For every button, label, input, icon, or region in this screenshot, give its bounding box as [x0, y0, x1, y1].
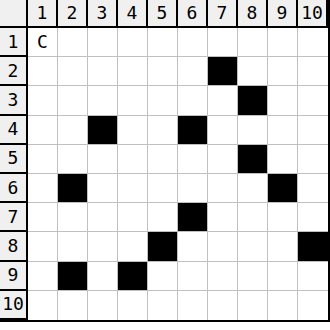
- cell-r5c5[interactable]: [148, 145, 178, 174]
- cell-r9c3[interactable]: [88, 262, 118, 291]
- cell-r9c8[interactable]: [238, 262, 268, 291]
- cell-r8c7[interactable]: [208, 232, 238, 261]
- cell-r1c6[interactable]: [178, 28, 208, 57]
- cell-r4c9[interactable]: [268, 116, 298, 145]
- black-cell-r9c4[interactable]: [118, 262, 148, 291]
- cell-r2c4[interactable]: [118, 57, 148, 86]
- cell-r5c9[interactable]: [268, 145, 298, 174]
- cell-r1c5[interactable]: [148, 28, 178, 57]
- cell-r4c2[interactable]: [58, 116, 88, 145]
- row-header-8: 8: [0, 232, 28, 261]
- cell-r9c1[interactable]: [28, 262, 58, 291]
- cell-r6c8[interactable]: [238, 174, 268, 203]
- cell-r2c8[interactable]: [238, 57, 268, 86]
- marker-cell-C[interactable]: C: [28, 28, 58, 57]
- cell-r9c10[interactable]: [298, 262, 328, 291]
- cell-r5c4[interactable]: [118, 145, 148, 174]
- cell-r3c9[interactable]: [268, 86, 298, 115]
- cell-r7c5[interactable]: [148, 203, 178, 232]
- cell-r6c1[interactable]: [28, 174, 58, 203]
- screenshot-root: 123456789101C2345678910: [0, 0, 330, 330]
- cell-r1c4[interactable]: [118, 28, 148, 57]
- row-header-10: 10: [0, 291, 28, 320]
- black-cell-r8c10[interactable]: [298, 232, 328, 261]
- cell-r1c2[interactable]: [58, 28, 88, 57]
- puzzle-board: 123456789101C2345678910: [0, 0, 330, 322]
- black-cell-r9c2[interactable]: [58, 262, 88, 291]
- cell-r9c5[interactable]: [148, 262, 178, 291]
- cell-r8c8[interactable]: [238, 232, 268, 261]
- cell-r6c10[interactable]: [298, 174, 328, 203]
- cell-r6c3[interactable]: [88, 174, 118, 203]
- cell-r3c4[interactable]: [118, 86, 148, 115]
- cell-r7c8[interactable]: [238, 203, 268, 232]
- cell-r7c10[interactable]: [298, 203, 328, 232]
- row-header-1: 1: [0, 28, 28, 57]
- cell-r7c9[interactable]: [268, 203, 298, 232]
- cell-r1c10[interactable]: [298, 28, 328, 57]
- row-header-6: 6: [0, 174, 28, 203]
- black-cell-r4c3[interactable]: [88, 116, 118, 145]
- col-header-3: 3: [88, 0, 118, 28]
- corner-header-cell: [0, 0, 28, 28]
- cell-r9c9[interactable]: [268, 262, 298, 291]
- cell-r10c1[interactable]: [28, 291, 58, 320]
- col-header-8: 8: [238, 0, 268, 28]
- cell-r4c1[interactable]: [28, 116, 58, 145]
- cell-r3c7[interactable]: [208, 86, 238, 115]
- cell-r3c6[interactable]: [178, 86, 208, 115]
- cell-r5c2[interactable]: [58, 145, 88, 174]
- cell-r5c10[interactable]: [298, 145, 328, 174]
- col-header-1: 1: [28, 0, 58, 28]
- black-cell-r6c2[interactable]: [58, 174, 88, 203]
- cell-r2c3[interactable]: [88, 57, 118, 86]
- cell-r8c2[interactable]: [58, 232, 88, 261]
- black-cell-r7c6[interactable]: [178, 203, 208, 232]
- cell-r1c3[interactable]: [88, 28, 118, 57]
- black-cell-r3c8[interactable]: [238, 86, 268, 115]
- cell-r10c6[interactable]: [178, 291, 208, 320]
- black-cell-r4c6[interactable]: [178, 116, 208, 145]
- cell-r1c8[interactable]: [238, 28, 268, 57]
- cell-r9c6[interactable]: [178, 262, 208, 291]
- cell-r10c2[interactable]: [58, 291, 88, 320]
- cell-r10c10[interactable]: [298, 291, 328, 320]
- cell-r7c2[interactable]: [58, 203, 88, 232]
- col-header-5: 5: [148, 0, 178, 28]
- cell-r4c7[interactable]: [208, 116, 238, 145]
- cell-r8c4[interactable]: [118, 232, 148, 261]
- cell-r8c3[interactable]: [88, 232, 118, 261]
- cell-r10c4[interactable]: [118, 291, 148, 320]
- cell-r4c4[interactable]: [118, 116, 148, 145]
- cell-r8c6[interactable]: [178, 232, 208, 261]
- cell-r3c10[interactable]: [298, 86, 328, 115]
- cell-r5c6[interactable]: [178, 145, 208, 174]
- cell-r7c1[interactable]: [28, 203, 58, 232]
- cell-r1c9[interactable]: [268, 28, 298, 57]
- row-header-2: 2: [0, 57, 28, 86]
- col-header-2: 2: [58, 0, 88, 28]
- cell-r3c1[interactable]: [28, 86, 58, 115]
- cell-r8c9[interactable]: [268, 232, 298, 261]
- cell-r10c9[interactable]: [268, 291, 298, 320]
- black-cell-r5c8[interactable]: [238, 145, 268, 174]
- cell-r5c7[interactable]: [208, 145, 238, 174]
- cell-r4c5[interactable]: [148, 116, 178, 145]
- col-header-7: 7: [208, 0, 238, 28]
- cell-r10c5[interactable]: [148, 291, 178, 320]
- cell-r10c8[interactable]: [238, 291, 268, 320]
- row-header-7: 7: [0, 203, 28, 232]
- row-header-3: 3: [0, 86, 28, 115]
- col-header-9: 9: [268, 0, 298, 28]
- cell-r5c1[interactable]: [28, 145, 58, 174]
- cell-r3c2[interactable]: [58, 86, 88, 115]
- row-header-5: 5: [0, 145, 28, 174]
- black-cell-r2c7[interactable]: [208, 57, 238, 86]
- col-header-4: 4: [118, 0, 148, 28]
- cell-r2c1[interactable]: [28, 57, 58, 86]
- cell-r2c5[interactable]: [148, 57, 178, 86]
- cell-r4c10[interactable]: [298, 116, 328, 145]
- col-header-6: 6: [178, 0, 208, 28]
- cell-r1c7[interactable]: [208, 28, 238, 57]
- cell-r7c4[interactable]: [118, 203, 148, 232]
- cell-r3c3[interactable]: [88, 86, 118, 115]
- cell-r10c3[interactable]: [88, 291, 118, 320]
- cell-r2c9[interactable]: [268, 57, 298, 86]
- cell-r4c8[interactable]: [238, 116, 268, 145]
- cell-r10c7[interactable]: [208, 291, 238, 320]
- black-cell-r6c9[interactable]: [268, 174, 298, 203]
- cell-r6c6[interactable]: [178, 174, 208, 203]
- cell-r2c2[interactable]: [58, 57, 88, 86]
- cell-r7c7[interactable]: [208, 203, 238, 232]
- black-cell-r8c5[interactable]: [148, 232, 178, 261]
- cell-r2c6[interactable]: [178, 57, 208, 86]
- cell-r2c10[interactable]: [298, 57, 328, 86]
- cell-r6c4[interactable]: [118, 174, 148, 203]
- row-header-9: 9: [0, 262, 28, 291]
- row-header-4: 4: [0, 116, 28, 145]
- cell-r9c7[interactable]: [208, 262, 238, 291]
- cell-r6c5[interactable]: [148, 174, 178, 203]
- cell-r7c3[interactable]: [88, 203, 118, 232]
- cell-r8c1[interactable]: [28, 232, 58, 261]
- cell-r6c7[interactable]: [208, 174, 238, 203]
- col-header-10: 10: [298, 0, 328, 28]
- cell-r5c3[interactable]: [88, 145, 118, 174]
- cell-r3c5[interactable]: [148, 86, 178, 115]
